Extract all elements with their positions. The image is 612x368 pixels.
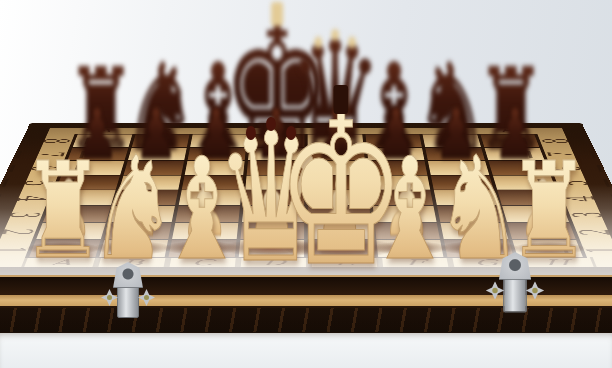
square-c8 <box>190 134 247 146</box>
clasp-right-latch <box>503 278 527 313</box>
clasp-screw-icon <box>532 288 537 293</box>
clasp-left-ring <box>113 262 143 288</box>
square-c2 <box>172 223 238 239</box>
king-finial-icon <box>333 85 348 114</box>
square-b6 <box>123 161 184 174</box>
square-e8 <box>308 134 363 146</box>
rank-label-left-1: 1 <box>0 245 50 255</box>
file-label-back-b: B <box>133 128 192 134</box>
clasp-screw-icon <box>107 295 112 300</box>
clasp-screw-icon <box>144 295 149 300</box>
square-g8 <box>423 134 481 146</box>
file-label-back-h: H <box>478 128 538 134</box>
square-d7 <box>248 148 305 161</box>
square-f4 <box>371 190 433 205</box>
square-d8 <box>249 134 304 146</box>
file-label-back-e: E <box>306 128 364 134</box>
square-g6 <box>428 161 489 174</box>
square-f5 <box>369 175 430 189</box>
file-label-front-f: F <box>376 257 454 267</box>
photo-scene: AABBCCDDEEFFGGHH1122334455667788 ♜♞♝♚♛♝♞… <box>0 0 612 368</box>
king-finial-icon <box>271 2 283 27</box>
square-f8 <box>365 134 422 146</box>
square-b1 <box>99 240 168 257</box>
file-label-back-c: C <box>190 128 248 134</box>
rank-label-left-5: 5 <box>2 179 75 187</box>
square-e1 <box>308 240 374 257</box>
square-g4 <box>434 190 498 205</box>
clasp-screw-icon <box>492 288 497 293</box>
square-e4 <box>308 190 369 205</box>
square-f2 <box>374 223 440 239</box>
file-label-back-g: G <box>420 128 479 134</box>
square-c1 <box>168 240 236 257</box>
table-surface <box>0 333 612 368</box>
rank-label-left-7: 7 <box>16 151 86 158</box>
square-g3 <box>437 206 503 222</box>
square-c6 <box>185 161 244 174</box>
square-d1 <box>238 240 304 257</box>
square-e3 <box>308 206 371 222</box>
rank-label-left-2: 2 <box>0 227 57 236</box>
rank-label-right-6: 6 <box>532 165 603 173</box>
square-c3 <box>175 206 239 222</box>
square-g2 <box>440 223 507 239</box>
square-b3 <box>109 206 175 222</box>
file-label-back-d: D <box>248 128 306 134</box>
square-b2 <box>104 223 171 239</box>
file-label-front-d: D <box>235 257 312 267</box>
rank-label-right-7: 7 <box>527 151 597 158</box>
rank-label-left-6: 6 <box>9 165 80 173</box>
queen-crown-balls-icon <box>331 29 339 40</box>
file-label-back-f: F <box>363 128 421 134</box>
square-e7 <box>308 148 365 161</box>
square-g7 <box>425 148 484 161</box>
square-b5 <box>119 175 181 189</box>
square-d2 <box>240 223 304 239</box>
rank-label-left-3: 3 <box>0 211 63 220</box>
square-e5 <box>308 175 367 189</box>
square-f1 <box>376 240 444 257</box>
square-e6 <box>308 161 366 174</box>
square-d5 <box>245 175 304 189</box>
rank-label-right-2: 2 <box>555 227 612 236</box>
board-grid <box>25 134 588 259</box>
rank-label-right-8: 8 <box>522 138 590 145</box>
rank-label-left-4: 4 <box>0 194 69 202</box>
clasp-right <box>484 252 547 330</box>
square-c7 <box>188 148 246 161</box>
rank-label-left-8: 8 <box>22 138 90 145</box>
square-f6 <box>368 161 427 174</box>
rank-label-right-1: 1 <box>562 245 612 255</box>
square-b4 <box>114 190 178 205</box>
clasp-left <box>99 262 157 334</box>
rank-label-right-5: 5 <box>537 179 610 187</box>
clasp-left-latch <box>117 286 139 318</box>
file-label-front-a: A <box>21 257 101 267</box>
rank-label-right-3: 3 <box>549 211 612 220</box>
rank-label-right-4: 4 <box>543 194 612 202</box>
square-g5 <box>431 175 493 189</box>
square-b8 <box>132 134 190 146</box>
file-label-front-c: C <box>164 257 242 267</box>
square-c4 <box>179 190 241 205</box>
square-f7 <box>366 148 424 161</box>
square-d4 <box>243 190 304 205</box>
file-label-back-a: A <box>75 128 135 134</box>
square-c5 <box>182 175 243 189</box>
square-d6 <box>246 161 304 174</box>
file-label-front-e: E <box>306 257 383 267</box>
clasp-right-ring <box>499 252 531 280</box>
square-d3 <box>242 206 305 222</box>
square-f3 <box>372 206 436 222</box>
square-e2 <box>308 223 372 239</box>
square-b7 <box>127 148 186 161</box>
